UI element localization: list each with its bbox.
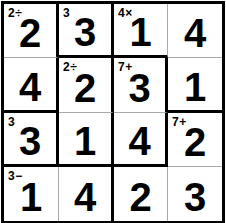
cell-value: 1 xyxy=(129,7,151,52)
cell-r4c1[interactable]: 3−1 xyxy=(4,167,59,221)
cell-r3c1[interactable]: 33 xyxy=(4,113,59,167)
cell-r1c2[interactable]: 33 xyxy=(59,4,114,58)
cell-value: 4 xyxy=(74,172,96,217)
cell-r3c4[interactable]: 7+2 xyxy=(168,113,222,167)
cell-r4c3[interactable]: 2 xyxy=(114,167,168,221)
cell-r2c4[interactable]: 1 xyxy=(168,58,222,113)
cage-clue: 3 xyxy=(8,116,15,128)
kenken-board: 2÷2334×1442÷27+3133147+23−1423 xyxy=(1,1,225,223)
cell-r3c3[interactable]: 4 xyxy=(114,113,168,167)
cage-clue: 7+ xyxy=(172,116,187,128)
cell-r3c2[interactable]: 1 xyxy=(59,113,114,167)
cage-clue: 4× xyxy=(118,7,133,19)
cell-r4c2[interactable]: 4 xyxy=(59,167,114,221)
cell-value: 4 xyxy=(19,62,41,107)
cell-value: 1 xyxy=(184,62,206,107)
cage-clue: 2÷ xyxy=(63,61,77,73)
cell-r1c4[interactable]: 4 xyxy=(168,4,222,58)
cell-value: 1 xyxy=(20,172,42,217)
cell-r2c2[interactable]: 2÷2 xyxy=(59,58,114,113)
cell-value: 3 xyxy=(19,116,41,161)
cell-value: 2 xyxy=(184,117,206,162)
cell-r2c1[interactable]: 4 xyxy=(4,58,59,113)
cage-clue: 3 xyxy=(63,7,70,19)
cell-r2c3[interactable]: 7+3 xyxy=(114,58,168,113)
cell-value: 4 xyxy=(184,8,206,53)
cell-value: 4 xyxy=(128,116,150,161)
cell-r1c3[interactable]: 4×1 xyxy=(114,4,168,58)
cell-value: 3 xyxy=(74,7,96,52)
cage-clue: 2÷ xyxy=(8,7,22,19)
cage-clue: 7+ xyxy=(118,61,133,73)
cell-value: 3 xyxy=(184,172,206,217)
cell-value: 1 xyxy=(74,116,96,161)
cell-r4c4[interactable]: 3 xyxy=(168,167,222,221)
cage-clue: 3− xyxy=(8,170,23,182)
cell-value: 2 xyxy=(129,172,151,217)
cell-r1c1[interactable]: 2÷2 xyxy=(4,4,59,58)
